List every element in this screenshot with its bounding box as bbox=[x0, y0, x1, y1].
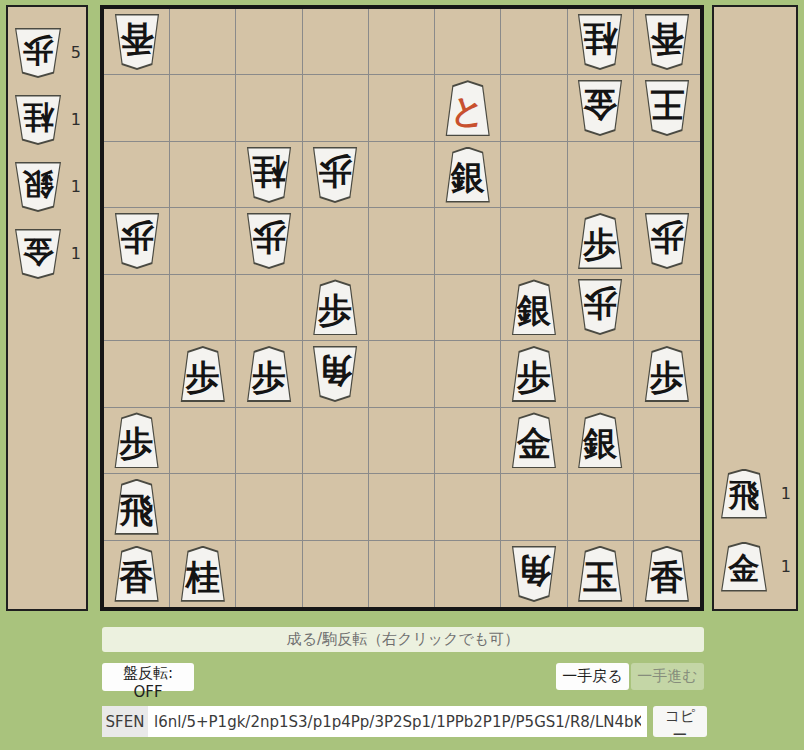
board-cell[interactable]: 歩 bbox=[568, 208, 634, 274]
board-cell[interactable] bbox=[236, 9, 302, 75]
hand-slot-歩[interactable]: 歩5 bbox=[8, 19, 86, 86]
hand-count: 5 bbox=[71, 43, 81, 62]
koma-歩-sente[interactable]: 歩 bbox=[113, 412, 161, 468]
board-cell[interactable] bbox=[303, 9, 369, 75]
koma-歩-sente[interactable]: 歩 bbox=[643, 346, 691, 402]
koma-歩-sente[interactable]: 歩 bbox=[311, 279, 359, 335]
koma-face: 歩 bbox=[15, 29, 62, 76]
gote-hand-tray: 歩5桂1銀1金1 bbox=[6, 5, 88, 611]
board-cell[interactable] bbox=[435, 541, 501, 607]
koma-glyph: 香 bbox=[120, 560, 154, 594]
koma-face: 歩 bbox=[313, 148, 358, 201]
koma-glyph: 角 bbox=[517, 554, 551, 588]
hand-slot-飛[interactable]: 飛1 bbox=[714, 457, 796, 530]
koma-face: 金 bbox=[15, 230, 62, 277]
board-cell[interactable]: 香 bbox=[634, 541, 700, 607]
promote-button[interactable]: 成る/駒反転（右クリックでも可） bbox=[102, 627, 704, 652]
board-cell[interactable]: 香 bbox=[104, 9, 170, 75]
koma-glyph: 銀 bbox=[451, 160, 485, 194]
koma-face: 桂 bbox=[180, 548, 225, 601]
board-cell[interactable] bbox=[104, 142, 170, 208]
koma-glyph: 飛 bbox=[729, 480, 760, 511]
board-cell[interactable] bbox=[170, 9, 236, 75]
board-cell[interactable] bbox=[501, 9, 567, 75]
board-flip-toggle[interactable]: 盤反転: OFF bbox=[102, 663, 194, 691]
board-cell[interactable]: 歩 bbox=[634, 208, 700, 274]
board-cell[interactable] bbox=[104, 341, 170, 407]
hand-slot-金[interactable]: 金1 bbox=[714, 530, 796, 603]
koma-face: 王 bbox=[644, 82, 689, 135]
board-cell[interactable] bbox=[369, 208, 435, 274]
koma-face: 歩 bbox=[644, 348, 689, 401]
koma-face: 香 bbox=[114, 15, 159, 68]
koma-face: 角 bbox=[313, 347, 358, 400]
koma-face: 金 bbox=[511, 414, 556, 467]
koma-桂-gote[interactable]: 桂 bbox=[13, 95, 63, 145]
board-cell[interactable]: 玉 bbox=[568, 541, 634, 607]
koma-glyph: 香 bbox=[120, 22, 154, 56]
koma-glyph: 王 bbox=[650, 88, 684, 122]
hand-count: 1 bbox=[71, 244, 81, 263]
board-cell[interactable] bbox=[236, 408, 302, 474]
board-cell[interactable] bbox=[369, 408, 435, 474]
koma-glyph: 銀 bbox=[23, 169, 54, 200]
koma-face: 歩 bbox=[313, 281, 358, 334]
koma-glyph: 銀 bbox=[517, 293, 551, 327]
koma-face: 玉 bbox=[578, 548, 623, 601]
board-cell[interactable]: 王 bbox=[634, 75, 700, 141]
hand-slot-金[interactable]: 金1 bbox=[8, 220, 86, 287]
koma-glyph: 桂 bbox=[252, 155, 286, 189]
board-cell[interactable]: 歩 bbox=[303, 275, 369, 341]
koma-金-sente[interactable]: 金 bbox=[719, 542, 769, 592]
board-cell[interactable] bbox=[435, 474, 501, 540]
board-cell[interactable] bbox=[170, 275, 236, 341]
shogi-board: 香桂香と金王桂歩銀歩歩歩歩歩銀歩歩歩角歩歩歩金銀飛香桂角玉香 bbox=[100, 5, 704, 611]
hand-count: 1 bbox=[71, 110, 81, 129]
hand-count: 1 bbox=[71, 177, 81, 196]
koma-glyph: 歩 bbox=[252, 360, 286, 394]
board-cell[interactable]: 桂 bbox=[568, 9, 634, 75]
koma-銀-sente[interactable]: 銀 bbox=[444, 147, 492, 203]
koma-歩-sente[interactable]: 歩 bbox=[245, 346, 293, 402]
sfen-label: SFEN bbox=[102, 706, 148, 737]
board-cell[interactable] bbox=[303, 208, 369, 274]
board-cell[interactable]: 香 bbox=[634, 9, 700, 75]
board-cell[interactable] bbox=[568, 341, 634, 407]
board-cell[interactable]: 歩 bbox=[568, 275, 634, 341]
koma-glyph: 香 bbox=[650, 22, 684, 56]
koma-glyph: と bbox=[450, 94, 485, 128]
board-cell[interactable]: 銀 bbox=[435, 142, 501, 208]
board-cell[interactable] bbox=[435, 9, 501, 75]
board-cell[interactable] bbox=[303, 408, 369, 474]
koma-香-sente[interactable]: 香 bbox=[113, 546, 161, 602]
koma-face: 歩 bbox=[180, 348, 225, 401]
koma-glyph: 飛 bbox=[120, 493, 154, 527]
koma-glyph: 歩 bbox=[650, 221, 684, 255]
koma-金-sente[interactable]: 金 bbox=[510, 412, 558, 468]
copy-sfen-button[interactable]: コピー bbox=[653, 706, 707, 737]
board-cell[interactable] bbox=[369, 341, 435, 407]
koma-face: 桂 bbox=[247, 148, 292, 201]
board-cell[interactable] bbox=[303, 75, 369, 141]
koma-香-gote[interactable]: 香 bbox=[643, 14, 691, 70]
koma-glyph: 金 bbox=[583, 88, 617, 122]
koma-glyph: 角 bbox=[318, 354, 352, 388]
koma-face: 歩 bbox=[247, 348, 292, 401]
koma-歩-sente[interactable]: 歩 bbox=[576, 213, 624, 269]
koma-face: 金 bbox=[578, 82, 623, 135]
board-cell[interactable] bbox=[634, 142, 700, 208]
koma-歩-gote[interactable]: 歩 bbox=[245, 213, 293, 269]
board-cell[interactable] bbox=[104, 75, 170, 141]
board-cell[interactable] bbox=[435, 275, 501, 341]
koma-歩-gote[interactable]: 歩 bbox=[643, 213, 691, 269]
board-cell[interactable] bbox=[369, 75, 435, 141]
board-cell[interactable]: と bbox=[435, 75, 501, 141]
koma-face: 飛 bbox=[114, 481, 159, 534]
board-cell[interactable]: 歩 bbox=[104, 208, 170, 274]
undo-move-button[interactable]: 一手戻る bbox=[556, 663, 629, 690]
koma-face: 銀 bbox=[578, 414, 623, 467]
koma-玉-sente[interactable]: 玉 bbox=[576, 546, 624, 602]
koma-face: 銀 bbox=[511, 281, 556, 334]
board-cell[interactable]: 歩 bbox=[303, 142, 369, 208]
board-cell[interactable]: 桂 bbox=[236, 142, 302, 208]
koma-face: 桂 bbox=[15, 96, 62, 143]
hand-slot-桂[interactable]: 桂1 bbox=[8, 86, 86, 153]
board-cell[interactable] bbox=[634, 474, 700, 540]
koma-glyph: 玉 bbox=[583, 560, 617, 594]
koma-と-sente[interactable]: と bbox=[444, 80, 492, 136]
koma-face: 金 bbox=[721, 544, 768, 591]
koma-歩-gote[interactable]: 歩 bbox=[311, 147, 359, 203]
koma-face: 香 bbox=[644, 548, 689, 601]
koma-glyph: 歩 bbox=[23, 35, 54, 66]
koma-face: 飛 bbox=[721, 471, 768, 518]
koma-glyph: 桂 bbox=[583, 22, 617, 56]
koma-glyph: 銀 bbox=[583, 426, 617, 460]
koma-glyph: 金 bbox=[517, 426, 551, 460]
board-cell[interactable] bbox=[634, 408, 700, 474]
shogi-app: 歩5桂1銀1金1 香桂香と金王桂歩銀歩歩歩歩歩銀歩歩歩角歩歩歩金銀飛香桂角玉香 … bbox=[0, 0, 804, 750]
board-cell[interactable] bbox=[501, 75, 567, 141]
board-cell[interactable]: 桂 bbox=[170, 541, 236, 607]
board-cell[interactable]: 金 bbox=[568, 75, 634, 141]
board-cell[interactable] bbox=[170, 142, 236, 208]
koma-金-gote[interactable]: 金 bbox=[13, 229, 63, 279]
koma-glyph: 歩 bbox=[517, 360, 551, 394]
koma-歩-gote[interactable]: 歩 bbox=[576, 279, 624, 335]
koma-銀-sente[interactable]: 銀 bbox=[510, 279, 558, 335]
board-cell[interactable] bbox=[170, 208, 236, 274]
board-cell[interactable] bbox=[303, 541, 369, 607]
board-cell[interactable] bbox=[170, 408, 236, 474]
koma-桂-gote[interactable]: 桂 bbox=[245, 147, 293, 203]
board-cell[interactable] bbox=[369, 142, 435, 208]
sfen-input[interactable] bbox=[148, 706, 647, 737]
koma-glyph: 歩 bbox=[120, 426, 154, 460]
koma-歩-gote[interactable]: 歩 bbox=[13, 28, 63, 78]
board-cell[interactable]: 歩 bbox=[170, 341, 236, 407]
board-cell[interactable]: 歩 bbox=[634, 341, 700, 407]
koma-glyph: 歩 bbox=[186, 360, 220, 394]
koma-face: 歩 bbox=[511, 348, 556, 401]
koma-銀-gote[interactable]: 銀 bbox=[13, 162, 63, 212]
koma-face: 銀 bbox=[15, 163, 62, 210]
hand-slot-銀[interactable]: 銀1 bbox=[8, 153, 86, 220]
koma-角-gote[interactable]: 角 bbox=[510, 546, 558, 602]
koma-glyph: 歩 bbox=[650, 360, 684, 394]
koma-glyph: 歩 bbox=[252, 221, 286, 255]
koma-香-gote[interactable]: 香 bbox=[113, 14, 161, 70]
koma-face: と bbox=[445, 82, 490, 135]
koma-glyph: 歩 bbox=[583, 227, 617, 261]
board-cell[interactable]: 銀 bbox=[568, 408, 634, 474]
board-cell[interactable]: 金 bbox=[501, 408, 567, 474]
board-cell[interactable] bbox=[236, 75, 302, 141]
koma-歩-sente[interactable]: 歩 bbox=[510, 346, 558, 402]
board-cell[interactable] bbox=[568, 474, 634, 540]
koma-face: 香 bbox=[114, 548, 159, 601]
koma-桂-sente[interactable]: 桂 bbox=[179, 546, 227, 602]
board-cell[interactable]: 歩 bbox=[501, 341, 567, 407]
board-cell[interactable] bbox=[369, 275, 435, 341]
board-cell[interactable] bbox=[369, 9, 435, 75]
board-cell[interactable] bbox=[236, 541, 302, 607]
koma-glyph: 金 bbox=[23, 236, 54, 267]
koma-face: 歩 bbox=[114, 215, 159, 268]
koma-glyph: 桂 bbox=[23, 102, 54, 133]
koma-glyph: 歩 bbox=[318, 293, 352, 327]
board-cell[interactable] bbox=[236, 474, 302, 540]
board-cell[interactable] bbox=[501, 142, 567, 208]
koma-face: 香 bbox=[644, 15, 689, 68]
board-cell[interactable]: 歩 bbox=[236, 208, 302, 274]
board-cell[interactable] bbox=[303, 474, 369, 540]
board-cell[interactable] bbox=[435, 408, 501, 474]
koma-face: 桂 bbox=[578, 15, 623, 68]
koma-face: 歩 bbox=[114, 414, 159, 467]
board-cell[interactable] bbox=[170, 75, 236, 141]
koma-歩-sente[interactable]: 歩 bbox=[179, 346, 227, 402]
board-cell[interactable]: 角 bbox=[501, 541, 567, 607]
sente-hand-tray: 飛1金1 bbox=[712, 5, 798, 611]
board-cell[interactable] bbox=[369, 541, 435, 607]
koma-角-gote[interactable]: 角 bbox=[311, 346, 359, 402]
koma-glyph: 歩 bbox=[120, 221, 154, 255]
koma-金-gote[interactable]: 金 bbox=[576, 80, 624, 136]
board-cell[interactable] bbox=[236, 275, 302, 341]
koma-face: 角 bbox=[511, 547, 556, 600]
koma-桂-gote[interactable]: 桂 bbox=[576, 14, 624, 70]
board-cell[interactable] bbox=[104, 275, 170, 341]
board-cell[interactable] bbox=[435, 341, 501, 407]
koma-face: 歩 bbox=[578, 281, 623, 334]
board-cell[interactable] bbox=[501, 474, 567, 540]
koma-飛-sente[interactable]: 飛 bbox=[113, 479, 161, 535]
koma-glyph: 歩 bbox=[318, 155, 352, 189]
koma-glyph: 歩 bbox=[583, 288, 617, 322]
koma-glyph: 桂 bbox=[186, 560, 220, 594]
board-cell[interactable] bbox=[501, 208, 567, 274]
koma-香-sente[interactable]: 香 bbox=[643, 546, 691, 602]
koma-face: 歩 bbox=[644, 215, 689, 268]
koma-face: 歩 bbox=[578, 215, 623, 268]
board-cell[interactable] bbox=[435, 208, 501, 274]
board-cell[interactable]: 香 bbox=[104, 541, 170, 607]
board-cell[interactable] bbox=[568, 142, 634, 208]
board-cell[interactable]: 角 bbox=[303, 341, 369, 407]
board-cell[interactable]: 飛 bbox=[104, 474, 170, 540]
koma-face: 歩 bbox=[247, 215, 292, 268]
koma-飛-sente[interactable]: 飛 bbox=[719, 469, 769, 519]
redo-move-button[interactable]: 一手進む bbox=[631, 663, 704, 690]
hand-count: 1 bbox=[781, 484, 791, 503]
koma-銀-sente[interactable]: 銀 bbox=[576, 412, 624, 468]
board-cell[interactable]: 銀 bbox=[501, 275, 567, 341]
board-cell[interactable] bbox=[170, 474, 236, 540]
board-cell[interactable] bbox=[369, 474, 435, 540]
koma-face: 銀 bbox=[445, 149, 490, 202]
board-cell[interactable]: 歩 bbox=[236, 341, 302, 407]
sfen-bar: SFEN コピー bbox=[102, 706, 707, 737]
hand-count: 1 bbox=[781, 557, 791, 576]
koma-王-gote[interactable]: 王 bbox=[643, 80, 691, 136]
board-cell[interactable]: 歩 bbox=[104, 408, 170, 474]
koma-歩-gote[interactable]: 歩 bbox=[113, 213, 161, 269]
koma-glyph: 金 bbox=[729, 553, 760, 584]
koma-glyph: 香 bbox=[650, 560, 684, 594]
board-cell[interactable] bbox=[634, 275, 700, 341]
